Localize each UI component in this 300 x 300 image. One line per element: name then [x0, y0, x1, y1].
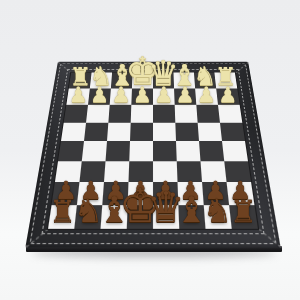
square-r3c2[interactable] [107, 122, 131, 141]
chess-piece-light-p[interactable]: ♟ [154, 84, 173, 105]
square-r2c2[interactable] [108, 105, 131, 123]
square-r3c7[interactable] [220, 122, 245, 141]
square-r2c7[interactable] [218, 105, 242, 123]
square-r3c1[interactable] [84, 122, 108, 141]
chess-piece-light-p[interactable]: ♟ [111, 84, 130, 105]
square-r4c6[interactable] [199, 141, 224, 161]
product-photo-scene: ♜♞♝♚♛♝♞♜♟♟♟♟♟♟♟♟♟♟♟♟♟♟♟♟♜♞♝♚♛♝♞♜ [0, 0, 300, 300]
square-r4c0[interactable] [58, 141, 84, 161]
square-r3c3[interactable] [130, 122, 153, 141]
square-r4c4[interactable] [153, 141, 177, 161]
chess-piece-light-p[interactable]: ♟ [69, 84, 88, 105]
square-r2c5[interactable] [175, 105, 198, 123]
square-r4c5[interactable] [176, 141, 200, 161]
square-r3c4[interactable] [153, 122, 176, 141]
square-r4c1[interactable] [82, 141, 107, 161]
chess-piece-light-p[interactable]: ♟ [197, 84, 216, 105]
chess-piece-light-p[interactable]: ♟ [90, 84, 109, 105]
square-r4c2[interactable] [106, 141, 130, 161]
square-r2c1[interactable] [86, 105, 110, 123]
square-r2c4[interactable] [153, 105, 175, 123]
square-r3c5[interactable] [175, 122, 199, 141]
square-r3c0[interactable] [61, 122, 86, 141]
corner-seam-bottom-right [258, 228, 281, 247]
square-r4c3[interactable] [129, 141, 153, 161]
square-r2c0[interactable] [64, 105, 88, 123]
square-r4c7[interactable] [222, 141, 248, 161]
chess-piece-dark-r[interactable]: ♜ [49, 197, 76, 227]
chess-piece-dark-n[interactable]: ♞ [203, 195, 232, 228]
chess-piece-dark-r[interactable]: ♜ [230, 197, 257, 227]
square-r2c6[interactable] [196, 105, 220, 123]
corner-seam-top-right [235, 62, 249, 73]
chess-piece-light-p[interactable]: ♟ [218, 84, 237, 105]
chess-piece-light-p[interactable]: ♟ [133, 84, 152, 105]
square-r3c6[interactable] [198, 122, 222, 141]
chess-piece-light-p[interactable]: ♟ [175, 84, 194, 105]
square-r2c3[interactable] [131, 105, 153, 123]
corner-seam-bottom-left [25, 228, 48, 247]
